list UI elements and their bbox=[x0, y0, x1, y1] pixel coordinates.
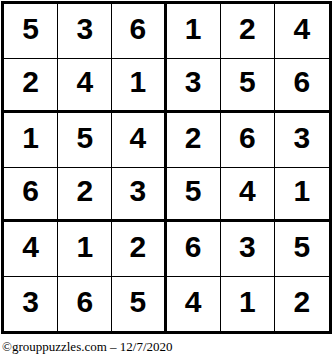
sudoku-cell-r1c4: 1 bbox=[167, 4, 221, 59]
sudoku-cell-r2c6: 6 bbox=[275, 59, 329, 114]
sudoku-cell-r3c2: 5 bbox=[58, 113, 112, 168]
sudoku-cell-r6c5: 1 bbox=[221, 277, 275, 332]
sudoku-cell-r5c5: 3 bbox=[221, 222, 275, 277]
sudoku-cell-r3c4: 2 bbox=[167, 113, 221, 168]
sudoku-cell-r6c4: 4 bbox=[167, 277, 221, 332]
sudoku-cell-r2c4: 3 bbox=[167, 59, 221, 114]
sudoku-cell-r1c1: 5 bbox=[4, 4, 58, 59]
sudoku-cell-r6c1: 3 bbox=[4, 277, 58, 332]
sudoku-cell-r1c6: 4 bbox=[275, 4, 329, 59]
sudoku-cell-r5c4: 6 bbox=[167, 222, 221, 277]
sudoku-cell-r1c5: 2 bbox=[221, 4, 275, 59]
sudoku-cell-r5c1: 4 bbox=[4, 222, 58, 277]
sudoku-cell-r5c3: 2 bbox=[112, 222, 166, 277]
sudoku-cell-r2c2: 4 bbox=[58, 59, 112, 114]
sudoku-cell-r4c1: 6 bbox=[4, 168, 58, 223]
puzzle-page: 536124241356154263623541412635365412 ©gr… bbox=[0, 0, 335, 357]
sudoku-cell-r6c2: 6 bbox=[58, 277, 112, 332]
copyright-footer: ©grouppuzzles.com – 12/7/2020 bbox=[2, 339, 173, 355]
sudoku-cell-r6c3: 5 bbox=[112, 277, 166, 332]
sudoku-board: 536124241356154263623541412635365412 bbox=[1, 1, 332, 334]
sudoku-cell-r1c2: 3 bbox=[58, 4, 112, 59]
sudoku-cell-r3c1: 1 bbox=[4, 113, 58, 168]
sudoku-cell-r2c1: 2 bbox=[4, 59, 58, 114]
sudoku-cell-r2c3: 1 bbox=[112, 59, 166, 114]
sudoku-cell-r5c2: 1 bbox=[58, 222, 112, 277]
sudoku-cell-r2c5: 5 bbox=[221, 59, 275, 114]
sudoku-cell-r5c6: 5 bbox=[275, 222, 329, 277]
sudoku-cell-r4c6: 1 bbox=[275, 168, 329, 223]
sudoku-cell-r3c6: 3 bbox=[275, 113, 329, 168]
sudoku-cell-r1c3: 6 bbox=[112, 4, 166, 59]
sudoku-cell-r4c2: 2 bbox=[58, 168, 112, 223]
sudoku-cell-r4c4: 5 bbox=[167, 168, 221, 223]
sudoku-cell-r3c5: 6 bbox=[221, 113, 275, 168]
sudoku-cell-r6c6: 2 bbox=[275, 277, 329, 332]
sudoku-cell-r4c3: 3 bbox=[112, 168, 166, 223]
sudoku-cell-r3c3: 4 bbox=[112, 113, 166, 168]
sudoku-cell-r4c5: 4 bbox=[221, 168, 275, 223]
